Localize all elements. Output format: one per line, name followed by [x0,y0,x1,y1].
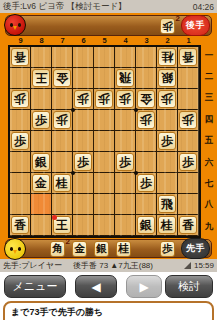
board-square[interactable] [73,215,94,236]
shogi-piece[interactable]: 歩 [32,111,50,129]
board-square[interactable] [115,194,136,215]
hoshi-dot-icon [71,108,75,112]
sente-hand-tray: 角2金銀桂歩 先手 [5,239,212,258]
rank-label: 二 [201,71,217,83]
window-title: 後手:Lv6 ピヨ帝 【検討モード】 [3,1,127,13]
kento-button[interactable]: 検討 [165,275,213,298]
board-square[interactable] [94,173,115,194]
board-square[interactable] [94,152,115,173]
board-square[interactable]: 香 [178,47,199,68]
board-square[interactable] [73,173,94,194]
board-square[interactable] [73,110,94,131]
shogi-piece[interactable]: 歩 [137,174,155,192]
board-square[interactable] [73,68,94,89]
file-label: 7 [52,36,73,45]
board-square[interactable] [10,194,31,215]
sente-badge: 先手 [181,238,210,259]
shogi-piece[interactable]: 歩 [158,132,176,150]
board-square[interactable] [10,173,31,194]
board-square[interactable] [136,152,157,173]
board-square[interactable]: 歩 [115,152,136,173]
hoshi-dot-icon [71,171,75,175]
file-label: 4 [115,36,136,45]
shogi-piece[interactable]: 銀 [158,69,176,87]
back-button[interactable]: ◀ [75,275,117,298]
shogi-piece[interactable]: 歩 [11,132,29,150]
board-square[interactable] [94,68,115,89]
shogi-piece[interactable]: 香 [179,216,197,234]
shogi-piece[interactable]: 歩 [179,153,197,171]
shogi-piece[interactable]: 金 [53,69,71,87]
board-square[interactable] [157,152,178,173]
board-square[interactable]: 桂 [52,173,73,194]
board-square[interactable] [73,131,94,152]
shogi-piece[interactable]: 歩 [11,90,29,108]
shogi-piece[interactable]: 銀 [32,153,50,171]
board-square[interactable]: 歩 [178,152,199,173]
gote-avatar-icon [4,14,26,36]
hand-piece[interactable]: 桂 [116,241,131,257]
menu-button[interactable]: メニュー [4,275,66,298]
board-square[interactable] [94,131,115,152]
shogi-piece[interactable]: 歩 [158,90,176,108]
hand-piece[interactable]: 金 [72,241,87,257]
board-square[interactable] [31,131,52,152]
sente-avatar-icon [4,238,26,260]
board-square[interactable] [115,47,136,68]
shogi-piece[interactable]: 歩 [179,111,197,129]
board-square[interactable] [94,215,115,236]
sente-hand-pieces: 角2金銀桂歩 [28,241,175,257]
board-square[interactable] [115,131,136,152]
rank-label: 三 [201,92,217,104]
board-square[interactable] [136,194,157,215]
hand-piece[interactable]: 角 [50,241,65,257]
shogi-piece[interactable]: 香 [179,48,197,66]
board-square[interactable]: 歩 [31,110,52,131]
board-square[interactable]: 王 [52,215,73,236]
board-square[interactable] [178,173,199,194]
board-square[interactable]: 金 [136,89,157,110]
board-square[interactable] [52,89,73,110]
rank-label: 六 [201,157,217,169]
board-square[interactable] [31,194,52,215]
status-bar: 先手:プレイヤー 後手番 73 ▲7九王(88) 15:59 [0,259,217,272]
board-square[interactable]: 歩 [157,131,178,152]
file-label: 5 [94,36,115,45]
shogi-piece[interactable]: 桂 [53,174,71,192]
last-move-dot [52,215,57,220]
rank-label: 一 [201,50,217,62]
shogi-piece[interactable]: 王 [53,216,71,234]
board-square[interactable]: 歩 [94,89,115,110]
board-square[interactable]: 香 [10,47,31,68]
hand-piece[interactable]: 銀 [94,241,109,257]
corner-triangle-icon [184,262,191,269]
board-square[interactable]: 歩 [136,173,157,194]
board-square[interactable]: 香 [10,215,31,236]
shogi-piece[interactable]: 香 [11,216,29,234]
hand-piece-count: 2 [66,237,70,246]
board-square[interactable] [157,110,178,131]
shogi-piece[interactable]: 歩 [116,153,134,171]
board-square[interactable]: 歩 [115,89,136,110]
board-square[interactable]: 歩 [136,110,157,131]
board-square[interactable] [10,110,31,131]
gote-badge: 後手 [181,15,210,36]
board-square[interactable]: 桂 [157,47,178,68]
board-square[interactable]: 歩 [10,89,31,110]
board-square[interactable] [94,194,115,215]
board-square[interactable]: 銀 [31,152,52,173]
title-bar: 後手:Lv6 ピヨ帝 【検討モード】 04:26 [0,0,217,13]
board-square[interactable]: 飛 [115,68,136,89]
shogi-piece[interactable]: 飛 [158,195,176,213]
control-bar: メニュー ◀ ▶ 検討 [0,272,217,301]
board-square[interactable] [178,131,199,152]
board-square[interactable] [94,47,115,68]
board-square[interactable] [52,194,73,215]
board-square[interactable] [136,47,157,68]
shogi-piece[interactable]: 香 [11,48,29,66]
message-area: まで73手で先手の勝ち [0,301,217,320]
shogi-piece[interactable]: 桂 [158,216,176,234]
board-square[interactable] [115,110,136,131]
board-square[interactable]: 金 [52,68,73,89]
shogi-piece[interactable]: 金 [137,90,155,108]
shogi-piece[interactable]: 金 [32,174,50,192]
board-square[interactable] [10,152,31,173]
file-label: 2 [157,36,178,45]
board-square[interactable]: 桂 [157,215,178,236]
sente-player-label: 先手:プレイヤー [3,260,73,271]
board-square[interactable] [178,194,199,215]
shogi-piece[interactable]: 歩 [74,153,92,171]
board-square[interactable]: 金 [31,173,52,194]
board-square[interactable]: 歩 [73,89,94,110]
board-square[interactable]: 歩 [52,110,73,131]
result-message: まで73手で先手の勝ち [3,301,214,320]
board-square[interactable] [52,152,73,173]
board-square[interactable]: 香 [178,215,199,236]
forward-button[interactable]: ▶ [126,275,162,298]
board-square[interactable] [52,131,73,152]
move-info: 後手番 73 ▲7九王(88) [73,260,184,271]
file-label: 6 [73,36,94,45]
file-label: 3 [136,36,157,45]
board-square[interactable] [52,47,73,68]
file-labels: 987654321 [10,36,217,45]
board-square[interactable] [73,47,94,68]
gote-clock: 04:26 [193,2,214,12]
shogi-board[interactable]: 香桂香王金飛銀歩歩歩歩金歩歩歩歩歩歩歩銀歩歩歩金桂歩飛香王銀桂香 [8,45,201,238]
board-square[interactable] [115,173,136,194]
board-square[interactable]: 歩 [73,152,94,173]
rank-label: 五 [201,135,217,147]
shogi-piece[interactable]: 歩 [74,90,92,108]
rank-label: 八 [201,199,217,211]
gote-hand-pieces: 歩2 [28,18,175,34]
rank-label: 九 [201,221,217,233]
board-square[interactable]: 王 [31,68,52,89]
board-square[interactable]: 歩 [10,131,31,152]
rank-labels: 一二三四五六七八九 [201,45,217,238]
rank-label: 七 [201,178,217,190]
rank-label: 四 [201,114,217,126]
board-square[interactable]: 歩 [178,110,199,131]
hand-piece[interactable]: 歩 [160,241,175,257]
board-square[interactable] [136,68,157,89]
file-label: 8 [31,36,52,45]
board-square[interactable]: 銀 [136,215,157,236]
board-square[interactable] [94,110,115,131]
board-square[interactable] [178,68,199,89]
board-wrap: 香桂香王金飛銀歩歩歩歩金歩歩歩歩歩歩歩銀歩歩歩金桂歩飛香王銀桂香 一二三四五六七… [8,45,217,238]
hand-piece[interactable]: 歩 [160,18,175,34]
gote-hand-tray: 歩2 後手 [5,15,212,36]
board-square[interactable] [10,68,31,89]
board-square[interactable] [136,131,157,152]
shogi-piece[interactable]: 飛 [116,69,134,87]
board-square[interactable]: 銀 [157,68,178,89]
shogi-piece[interactable]: 王 [32,69,50,87]
shogi-piece[interactable]: 歩 [137,111,155,129]
board-square[interactable]: 飛 [157,194,178,215]
board-square[interactable] [178,89,199,110]
game-stage: 歩2 後手 987654321 香桂香王金飛銀歩歩歩歩金歩歩歩歩歩歩歩銀歩歩歩金… [0,15,217,259]
board-square[interactable] [31,215,52,236]
shogi-piece[interactable]: 歩 [95,90,113,108]
board-square[interactable] [115,215,136,236]
board-square[interactable]: 歩 [157,89,178,110]
shogi-piece[interactable]: 桂 [158,48,176,66]
shogi-piece[interactable]: 歩 [53,111,71,129]
file-label: 9 [10,36,31,45]
sente-clock: 15:59 [194,261,214,270]
board-square[interactable] [31,89,52,110]
app-screen: 後手:Lv6 ピヨ帝 【検討モード】 04:26 歩2 後手 987654321… [0,0,217,320]
shogi-piece[interactable]: 歩 [116,90,134,108]
shogi-piece[interactable]: 銀 [137,216,155,234]
board-square[interactable] [31,47,52,68]
hand-piece-count: 2 [176,14,180,23]
board-square[interactable] [157,173,178,194]
file-label: 1 [178,36,199,45]
board-square[interactable] [73,194,94,215]
